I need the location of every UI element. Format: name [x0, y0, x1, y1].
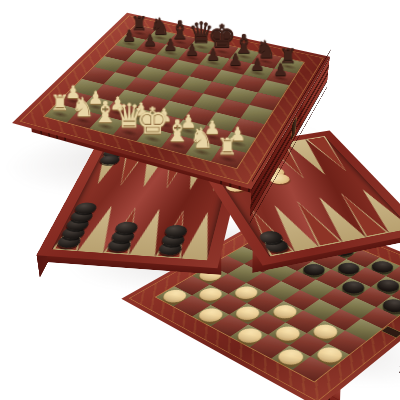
chess-piece-dark-p: ♟	[206, 47, 221, 63]
backgammon-checker-black	[256, 230, 285, 246]
checker-piece-light	[313, 345, 347, 366]
chess-piece-light-n: ♞	[71, 94, 95, 120]
chess-piece-dark-p: ♟	[273, 61, 288, 78]
point-fill	[311, 196, 363, 240]
chess-piece-light-r: ♜	[51, 92, 71, 114]
chess-piece-dark-p: ♟	[228, 51, 243, 67]
checkers-square	[310, 343, 349, 367]
checkers-square	[292, 356, 332, 381]
chess-piece-dark-p: ♟	[143, 32, 157, 48]
backgammon-checker-black	[163, 224, 189, 237]
backgammon-checker-black	[160, 233, 186, 247]
backgammon-checker-black	[59, 226, 87, 240]
checker-piece-light	[273, 347, 307, 368]
chess-piece-dark-p: ♟	[185, 42, 199, 58]
chess-piece-dark-p: ♟	[250, 56, 265, 73]
chess-scene: ♜♞♝♛♚♝♞♜♟♟♟♟♟♟♟♟♟♟♟♟♟♟♟♟♜♞♝♛♚♝♞♜	[48, 0, 312, 220]
chess-board: ♜♞♝♛♚♝♞♜♟♟♟♟♟♟♟♟♟♟♟♟♟♟♟♟♜♞♝♛♚♝♞♜	[12, 13, 330, 189]
chess-piece-dark-p: ♟	[122, 28, 136, 44]
backgammon-point	[352, 187, 400, 233]
chess-piece-light-b: ♝	[164, 116, 191, 146]
chess-piece-light-r: ♜	[217, 135, 238, 159]
chess-piece-dark-p: ♟	[164, 37, 178, 53]
backgammon-checker-black	[113, 221, 139, 234]
point-outline	[352, 187, 400, 233]
backgammon-checker-black	[262, 238, 291, 254]
chess-piece-light-n: ♞	[190, 124, 215, 152]
chess-grid: ♜♞♝♛♚♝♞♜♟♟♟♟♟♟♟♟♟♟♟♟♟♟♟♟♜♞♝♛♚♝♞♜	[43, 25, 305, 170]
product-photo: ♜♞♝♛♚♝♞♜♟♟♟♟♟♟♟♟♟♟♟♟♟♟♟♟♜♞♝♛♚♝♞♜	[0, 0, 400, 400]
checkers-square	[271, 345, 311, 370]
backgammon-checker-black	[109, 229, 136, 243]
